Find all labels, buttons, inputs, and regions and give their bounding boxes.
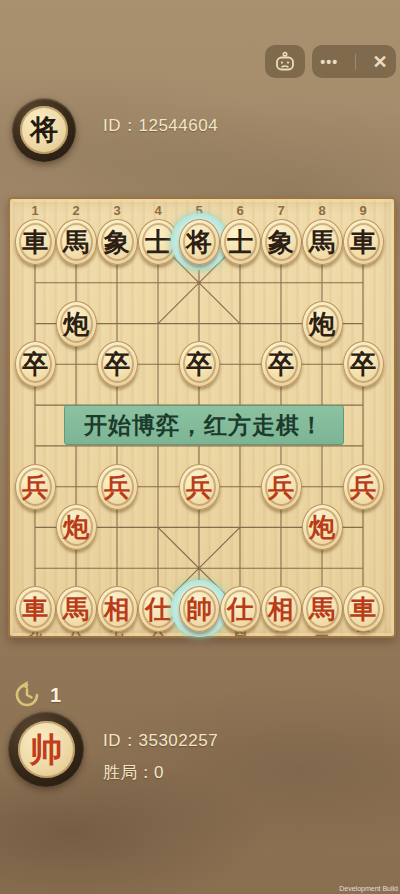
opponent-avatar: 将 <box>12 98 76 162</box>
piece-black-炮[interactable]: 炮 <box>302 301 343 347</box>
piece-red-車[interactable]: 車 <box>15 586 56 632</box>
self-id: ID：35302257 <box>103 729 218 752</box>
column-number: 6 <box>236 203 243 218</box>
piece-char: 仕 <box>227 596 253 622</box>
board-point: 炮 <box>56 303 97 344</box>
piece-black-象[interactable]: 象 <box>261 219 302 265</box>
piece-char: 炮 <box>309 311 335 337</box>
opponent-id: ID：12544604 <box>103 114 218 137</box>
piece-char: 兵 <box>22 474 48 500</box>
piece-char: 士 <box>145 229 171 255</box>
piece-char: 卒 <box>350 351 376 377</box>
piece-char: 将 <box>186 229 212 255</box>
piece-char: 卒 <box>104 351 130 377</box>
gamepad-icon <box>273 50 297 74</box>
board-point: 兵 <box>97 466 138 507</box>
board-point: 卒 <box>179 344 220 385</box>
piece-char: 炮 <box>63 311 89 337</box>
piece-char: 相 <box>104 596 130 622</box>
piece-char: 車 <box>22 596 48 622</box>
piece-char: 車 <box>350 229 376 255</box>
piece-char: 卒 <box>268 351 294 377</box>
history-icon[interactable] <box>12 680 42 710</box>
piece-char: 炮 <box>309 514 335 540</box>
piece-black-車[interactable]: 車 <box>15 219 56 265</box>
board-point: 車 <box>15 588 56 629</box>
piece-red-炮[interactable]: 炮 <box>302 504 343 550</box>
piece-black-卒[interactable]: 卒 <box>343 341 384 387</box>
piece-red-馬[interactable]: 馬 <box>302 586 343 632</box>
piece-char: 炮 <box>63 514 89 540</box>
column-number: 8 <box>318 203 325 218</box>
board-point: 炮 <box>302 303 343 344</box>
piece-red-兵[interactable]: 兵 <box>15 464 56 510</box>
board-point: 炮 <box>56 507 97 548</box>
board-point: 相 <box>97 588 138 629</box>
board-point: 馬 <box>56 222 97 263</box>
piece-char: 馬 <box>309 229 335 255</box>
piece-black-車[interactable]: 車 <box>343 219 384 265</box>
piece-red-相[interactable]: 相 <box>97 586 138 632</box>
piece-black-炮[interactable]: 炮 <box>56 301 97 347</box>
piece-black-象[interactable]: 象 <box>97 219 138 265</box>
piece-char: 象 <box>268 229 294 255</box>
self-wins: 胜局：0 <box>103 761 163 784</box>
board-point: 卒 <box>97 344 138 385</box>
piece-black-将[interactable]: 将 <box>179 219 220 265</box>
piece-char: 帥 <box>186 596 212 622</box>
piece-red-車[interactable]: 車 <box>343 586 384 632</box>
piece-black-馬[interactable]: 馬 <box>56 219 97 265</box>
board-point: 士 <box>220 222 261 263</box>
piece-char: 仕 <box>145 596 171 622</box>
close-button[interactable]: ✕ <box>373 53 388 71</box>
board-point: 馬 <box>302 588 343 629</box>
piece-char: 卒 <box>186 351 212 377</box>
board-point: 馬 <box>302 222 343 263</box>
more-button[interactable]: ••• <box>320 55 338 69</box>
column-number: 3 <box>113 203 120 218</box>
board-point: 卒 <box>261 344 302 385</box>
board-point: 兵 <box>15 466 56 507</box>
piece-black-卒[interactable]: 卒 <box>15 341 56 387</box>
piece-char: 相 <box>268 596 294 622</box>
dev-build-label: Development Build <box>339 885 398 892</box>
board-point: 兵 <box>179 466 220 507</box>
board-point: 仕 <box>220 588 261 629</box>
opponent-avatar-char: 将 <box>30 116 58 144</box>
board-point: 炮 <box>302 507 343 548</box>
piece-char: 馬 <box>63 229 89 255</box>
piece-red-炮[interactable]: 炮 <box>56 504 97 550</box>
self-avatar: 帅 <box>8 711 84 787</box>
board-point: 卒 <box>343 344 384 385</box>
board-point: 兵 <box>343 466 384 507</box>
column-number: 1 <box>31 203 38 218</box>
piece-char: 象 <box>104 229 130 255</box>
game-center-button[interactable] <box>265 45 305 78</box>
self-avatar-char: 帅 <box>30 733 63 766</box>
window-controls: ••• ✕ <box>312 45 396 78</box>
divider <box>355 54 356 70</box>
piece-char: 兵 <box>268 474 294 500</box>
piece-red-兵[interactable]: 兵 <box>179 464 220 510</box>
column-number: 2 <box>72 203 79 218</box>
app-screen: ••• ✕ 将 ID：12544604 123456789 九八七六五四三二一 … <box>0 0 400 894</box>
board-point: 象 <box>261 222 302 263</box>
board-point: 卒 <box>15 344 56 385</box>
piece-char: 馬 <box>63 596 89 622</box>
piece-red-兵[interactable]: 兵 <box>261 464 302 510</box>
history-count: 1 <box>50 684 61 707</box>
piece-red-兵[interactable]: 兵 <box>343 464 384 510</box>
move-history: 1 <box>12 680 61 710</box>
column-number: 7 <box>277 203 284 218</box>
piece-red-帥[interactable]: 帥 <box>179 586 220 632</box>
piece-black-卒[interactable]: 卒 <box>179 341 220 387</box>
piece-char: 兵 <box>104 474 130 500</box>
column-number: 9 <box>359 203 366 218</box>
board-point: 将 <box>179 222 220 263</box>
piece-char: 車 <box>22 229 48 255</box>
piece-char: 兵 <box>186 474 212 500</box>
piece-char: 士 <box>227 229 253 255</box>
xiangqi-board: 123456789 九八七六五四三二一 車馬象士将士象馬車炮炮卒卒卒卒卒兵兵兵兵… <box>8 197 396 638</box>
piece-red-仕[interactable]: 仕 <box>220 586 261 632</box>
board-point: 馬 <box>56 588 97 629</box>
piece-red-馬[interactable]: 馬 <box>56 586 97 632</box>
piece-char: 兵 <box>350 474 376 500</box>
piece-black-士[interactable]: 士 <box>220 219 261 265</box>
piece-char: 卒 <box>22 351 48 377</box>
board-point: 兵 <box>261 466 302 507</box>
piece-black-卒[interactable]: 卒 <box>261 341 302 387</box>
piece-char: 車 <box>350 596 376 622</box>
board-point: 象 <box>97 222 138 263</box>
piece-red-相[interactable]: 相 <box>261 586 302 632</box>
board-point: 帥 <box>179 588 220 629</box>
board-point: 車 <box>343 222 384 263</box>
piece-char: 馬 <box>309 596 335 622</box>
column-number: 4 <box>154 203 161 218</box>
board-point: 相 <box>261 588 302 629</box>
board-point: 車 <box>15 222 56 263</box>
piece-black-馬[interactable]: 馬 <box>302 219 343 265</box>
piece-black-卒[interactable]: 卒 <box>97 341 138 387</box>
turn-banner-text: 开始博弈，红方走棋！ <box>84 410 324 441</box>
turn-banner: 开始博弈，红方走棋！ <box>64 405 344 445</box>
piece-red-兵[interactable]: 兵 <box>97 464 138 510</box>
board-point: 車 <box>343 588 384 629</box>
